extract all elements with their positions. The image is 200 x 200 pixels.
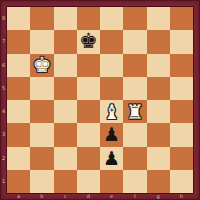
square-g2[interactable]	[147, 147, 170, 170]
square-e1[interactable]	[100, 170, 123, 193]
file-labels: abcdefgh	[7, 193, 193, 200]
square-d2[interactable]	[77, 147, 100, 170]
file-label-c: c	[54, 193, 77, 200]
rank-label-3: 3	[0, 123, 7, 146]
rank-label-2: 2	[0, 147, 7, 170]
square-h5[interactable]	[170, 77, 193, 100]
chessboard-frame: ♚♚♝♜♟♟ 87654321 abcdefgh	[0, 0, 200, 200]
rank-label-1: 1	[0, 170, 7, 193]
square-b3[interactable]	[30, 123, 53, 146]
square-c5[interactable]	[54, 77, 77, 100]
square-b2[interactable]	[30, 147, 53, 170]
square-c6[interactable]	[54, 54, 77, 77]
square-d7[interactable]: ♚	[77, 30, 100, 53]
file-label-a: a	[7, 193, 30, 200]
chess-board: ♚♚♝♜♟♟	[7, 7, 193, 193]
square-c7[interactable]	[54, 30, 77, 53]
square-b4[interactable]	[30, 100, 53, 123]
square-b5[interactable]	[30, 77, 53, 100]
file-label-g: g	[147, 193, 170, 200]
square-h3[interactable]	[170, 123, 193, 146]
square-h8[interactable]	[170, 7, 193, 30]
square-e8[interactable]	[100, 7, 123, 30]
square-h1[interactable]	[170, 170, 193, 193]
square-g4[interactable]	[147, 100, 170, 123]
square-a5[interactable]	[7, 77, 30, 100]
square-c2[interactable]	[54, 147, 77, 170]
square-f8[interactable]	[123, 7, 146, 30]
square-f2[interactable]	[123, 147, 146, 170]
square-h6[interactable]	[170, 54, 193, 77]
square-f5[interactable]	[123, 77, 146, 100]
white-king[interactable]: ♚	[32, 54, 51, 75]
square-e7[interactable]	[100, 30, 123, 53]
square-a1[interactable]	[7, 170, 30, 193]
square-g5[interactable]	[147, 77, 170, 100]
square-d5[interactable]	[77, 77, 100, 100]
square-a4[interactable]	[7, 100, 30, 123]
square-b7[interactable]	[30, 30, 53, 53]
file-label-e: e	[100, 193, 123, 200]
black-pawn[interactable]: ♟	[103, 148, 120, 167]
file-label-d: d	[77, 193, 100, 200]
square-f3[interactable]	[123, 123, 146, 146]
square-a3[interactable]	[7, 123, 30, 146]
square-f6[interactable]	[123, 54, 146, 77]
square-a7[interactable]	[7, 30, 30, 53]
black-king[interactable]: ♚	[79, 31, 98, 52]
square-d8[interactable]	[77, 7, 100, 30]
square-c3[interactable]	[54, 123, 77, 146]
square-g6[interactable]	[147, 54, 170, 77]
square-e3[interactable]: ♟	[100, 123, 123, 146]
square-a6[interactable]	[7, 54, 30, 77]
square-b8[interactable]	[30, 7, 53, 30]
square-e2[interactable]: ♟	[100, 147, 123, 170]
rank-labels: 87654321	[0, 7, 7, 193]
white-bishop[interactable]: ♝	[103, 101, 121, 121]
square-e6[interactable]	[100, 54, 123, 77]
square-a2[interactable]	[7, 147, 30, 170]
black-pawn[interactable]: ♟	[103, 125, 120, 144]
square-h7[interactable]	[170, 30, 193, 53]
square-b6[interactable]: ♚	[30, 54, 53, 77]
square-e4[interactable]: ♝	[100, 100, 123, 123]
rank-label-6: 6	[0, 54, 7, 77]
square-h4[interactable]	[170, 100, 193, 123]
square-g1[interactable]	[147, 170, 170, 193]
square-d1[interactable]	[77, 170, 100, 193]
square-d6[interactable]	[77, 54, 100, 77]
square-h2[interactable]	[170, 147, 193, 170]
square-g8[interactable]	[147, 7, 170, 30]
square-g7[interactable]	[147, 30, 170, 53]
square-g3[interactable]	[147, 123, 170, 146]
square-a8[interactable]	[7, 7, 30, 30]
square-e5[interactable]	[100, 77, 123, 100]
square-c8[interactable]	[54, 7, 77, 30]
square-d4[interactable]	[77, 100, 100, 123]
file-label-h: h	[170, 193, 193, 200]
square-b1[interactable]	[30, 170, 53, 193]
square-c1[interactable]	[54, 170, 77, 193]
square-f7[interactable]	[123, 30, 146, 53]
rank-label-8: 8	[0, 7, 7, 30]
rank-label-4: 4	[0, 100, 7, 123]
square-c4[interactable]	[54, 100, 77, 123]
square-f4[interactable]: ♜	[123, 100, 146, 123]
rank-label-5: 5	[0, 77, 7, 100]
square-d3[interactable]	[77, 123, 100, 146]
white-rook[interactable]: ♜	[126, 101, 144, 121]
file-label-b: b	[30, 193, 53, 200]
square-f1[interactable]	[123, 170, 146, 193]
rank-label-7: 7	[0, 30, 7, 53]
file-label-f: f	[123, 193, 146, 200]
